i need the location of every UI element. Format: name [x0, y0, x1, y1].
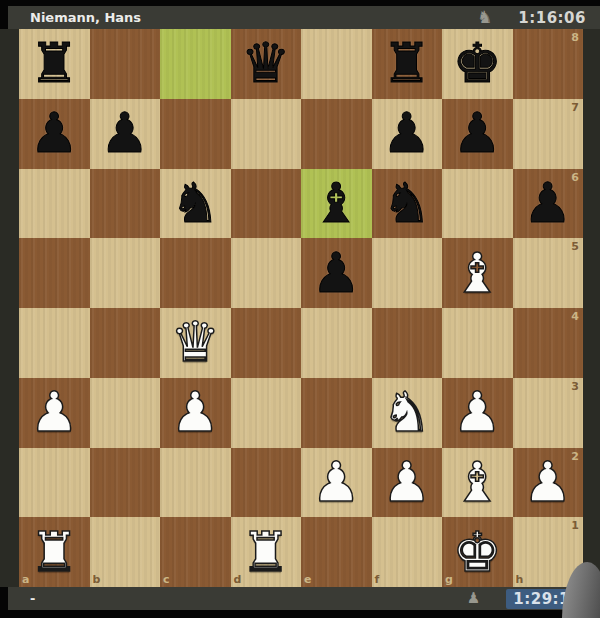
square-h8[interactable]: 8: [513, 29, 584, 99]
square-f4[interactable]: [372, 308, 443, 378]
file-label-g: g: [445, 573, 453, 586]
square-g6[interactable]: [442, 169, 513, 239]
bottom-player-bar: - ♟ 1:29:16: [8, 587, 600, 610]
top-player-clock: 1:16:06: [518, 9, 586, 27]
rank-label-1: 1: [571, 519, 579, 532]
rank-label-8: 8: [571, 31, 579, 44]
square-a2[interactable]: [19, 448, 90, 518]
square-b5[interactable]: [90, 238, 161, 308]
white-pawn[interactable]: ♟: [523, 455, 572, 510]
square-c2[interactable]: [160, 448, 231, 518]
square-a5[interactable]: [19, 238, 90, 308]
square-h6[interactable]: 6♟: [513, 169, 584, 239]
black-bishop[interactable]: ♝: [312, 176, 361, 231]
white-king[interactable]: ♚: [453, 525, 502, 580]
rank-label-3: 3: [571, 380, 579, 393]
square-e8[interactable]: [301, 29, 372, 99]
square-e7[interactable]: [301, 99, 372, 169]
pawn-icon: ♟: [467, 591, 480, 606]
square-c6[interactable]: ♞: [160, 169, 231, 239]
rank-label-4: 4: [571, 310, 579, 323]
square-a7[interactable]: ♟: [19, 99, 90, 169]
white-pawn[interactable]: ♟: [171, 385, 220, 440]
black-pawn[interactable]: ♟: [30, 106, 79, 161]
square-d1[interactable]: d♜: [231, 517, 302, 587]
top-player-name: Niemann, Hans: [30, 10, 141, 25]
square-c3[interactable]: ♟: [160, 378, 231, 448]
black-pawn[interactable]: ♟: [382, 106, 431, 161]
square-d6[interactable]: [231, 169, 302, 239]
square-b3[interactable]: [90, 378, 161, 448]
white-knight[interactable]: ♞: [382, 385, 431, 440]
black-king[interactable]: ♚: [453, 36, 502, 91]
square-f8[interactable]: ♜: [372, 29, 443, 99]
square-a6[interactable]: [19, 169, 90, 239]
square-f2[interactable]: ♟: [372, 448, 443, 518]
square-b4[interactable]: [90, 308, 161, 378]
square-b2[interactable]: [90, 448, 161, 518]
top-player-bar: Niemann, Hans ♞ 1:16:06: [8, 6, 600, 29]
square-g5[interactable]: ♝: [442, 238, 513, 308]
square-d2[interactable]: [231, 448, 302, 518]
file-label-b: b: [93, 573, 101, 586]
file-label-f: f: [375, 573, 380, 586]
square-e4[interactable]: [301, 308, 372, 378]
square-e5[interactable]: ♟: [301, 238, 372, 308]
black-queen[interactable]: ♛: [241, 36, 290, 91]
square-c1[interactable]: c: [160, 517, 231, 587]
white-rook[interactable]: ♜: [241, 525, 290, 580]
square-f6[interactable]: ♞: [372, 169, 443, 239]
square-b1[interactable]: b: [90, 517, 161, 587]
white-bishop[interactable]: ♝: [453, 246, 502, 301]
square-e2[interactable]: ♟: [301, 448, 372, 518]
board-frame: ♜♛♜♚8♟♟♟♟7♞♝♞6♟♟♝5♛4♟♟♞♟3♟♟♝2♟a♜bcd♜efg♚…: [0, 29, 600, 587]
bottom-player-name: -: [30, 591, 35, 606]
square-d3[interactable]: [231, 378, 302, 448]
square-g8[interactable]: ♚: [442, 29, 513, 99]
square-a8[interactable]: ♜: [19, 29, 90, 99]
square-a4[interactable]: [19, 308, 90, 378]
square-d4[interactable]: [231, 308, 302, 378]
white-bishop[interactable]: ♝: [453, 455, 502, 510]
square-d5[interactable]: [231, 238, 302, 308]
file-label-e: e: [304, 573, 311, 586]
file-label-c: c: [163, 573, 170, 586]
square-c4[interactable]: ♛: [160, 308, 231, 378]
rank-label-2: 2: [571, 450, 579, 463]
white-pawn[interactable]: ♟: [312, 455, 361, 510]
chess-board[interactable]: ♜♛♜♚8♟♟♟♟7♞♝♞6♟♟♝5♛4♟♟♞♟3♟♟♝2♟a♜bcd♜efg♚…: [19, 29, 583, 587]
black-knight[interactable]: ♞: [382, 176, 431, 231]
black-pawn[interactable]: ♟: [523, 176, 572, 231]
knight-icon: ♞: [477, 9, 492, 26]
square-h4[interactable]: 4: [513, 308, 584, 378]
file-label-a: a: [22, 573, 29, 586]
white-pawn[interactable]: ♟: [30, 385, 79, 440]
black-knight[interactable]: ♞: [171, 176, 220, 231]
square-f5[interactable]: [372, 238, 443, 308]
file-label-d: d: [234, 573, 242, 586]
square-b6[interactable]: [90, 169, 161, 239]
square-g3[interactable]: ♟: [442, 378, 513, 448]
square-a3[interactable]: ♟: [19, 378, 90, 448]
square-c8[interactable]: [160, 29, 231, 99]
square-h5[interactable]: 5: [513, 238, 584, 308]
square-h2[interactable]: 2♟: [513, 448, 584, 518]
white-pawn[interactable]: ♟: [453, 385, 502, 440]
white-rook[interactable]: ♜: [30, 525, 79, 580]
square-h7[interactable]: 7: [513, 99, 584, 169]
square-g4[interactable]: [442, 308, 513, 378]
black-rook[interactable]: ♜: [382, 36, 431, 91]
square-h3[interactable]: 3: [513, 378, 584, 448]
square-b8[interactable]: [90, 29, 161, 99]
square-b7[interactable]: ♟: [90, 99, 161, 169]
square-d8[interactable]: ♛: [231, 29, 302, 99]
white-queen[interactable]: ♛: [171, 315, 220, 370]
square-c5[interactable]: [160, 238, 231, 308]
black-pawn[interactable]: ♟: [312, 246, 361, 301]
square-d7[interactable]: [231, 99, 302, 169]
square-f3[interactable]: ♞: [372, 378, 443, 448]
square-e6[interactable]: ♝: [301, 169, 372, 239]
square-g7[interactable]: ♟: [442, 99, 513, 169]
square-f1[interactable]: f: [372, 517, 443, 587]
rank-label-5: 5: [571, 240, 579, 253]
file-label-h: h: [516, 573, 524, 586]
square-g1[interactable]: g♚: [442, 517, 513, 587]
square-c7[interactable]: [160, 99, 231, 169]
square-f7[interactable]: ♟: [372, 99, 443, 169]
black-pawn[interactable]: ♟: [100, 106, 149, 161]
white-pawn[interactable]: ♟: [382, 455, 431, 510]
square-g2[interactable]: ♝: [442, 448, 513, 518]
square-e1[interactable]: e: [301, 517, 372, 587]
rank-label-6: 6: [571, 171, 579, 184]
rank-label-7: 7: [571, 101, 579, 114]
black-pawn[interactable]: ♟: [453, 106, 502, 161]
black-rook[interactable]: ♜: [30, 36, 79, 91]
square-a1[interactable]: a♜: [19, 517, 90, 587]
square-e3[interactable]: [301, 378, 372, 448]
